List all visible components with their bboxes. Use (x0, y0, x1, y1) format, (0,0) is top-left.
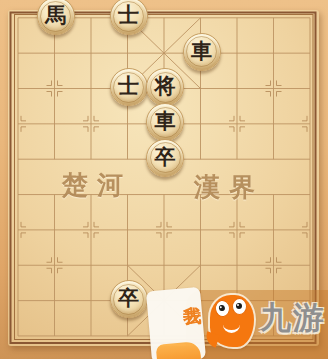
piece-black-soldier[interactable]: 卒 (146, 139, 184, 177)
piece-black-advisor[interactable]: 士 (110, 68, 148, 106)
mascot-pupil-icon (219, 305, 226, 312)
piece-glyph: 車 (184, 34, 220, 69)
stamp-text: 我去 (146, 291, 200, 296)
stamp-blob-icon (156, 341, 202, 359)
piece-glyph: 卒 (111, 281, 147, 316)
jiuyou-brand-text: 九游 (260, 297, 326, 339)
piece-black-advisor[interactable]: 士 (110, 0, 148, 35)
piece-glyph: 車 (147, 104, 183, 139)
piece-black-horse[interactable]: 馬 (37, 0, 75, 35)
piece-black-general[interactable]: 将 (146, 68, 184, 106)
stamp-watermark: 我去 (146, 287, 206, 359)
jiuyou-mascot-icon (210, 295, 254, 347)
mascot-pupil-icon (236, 303, 242, 309)
piece-glyph: 馬 (38, 0, 74, 33)
jiuyou-watermark-band: 九游 (186, 290, 328, 359)
piece-black-chariot[interactable]: 車 (183, 33, 221, 71)
piece-glyph: 士 (111, 69, 147, 104)
screenshot: 楚河 漢界 馬士車士将車卒卒 九游 我去 (0, 0, 328, 359)
piece-glyph: 将 (147, 69, 183, 104)
piece-glyph: 卒 (147, 140, 183, 175)
piece-black-soldier[interactable]: 卒 (110, 280, 148, 318)
piece-black-chariot[interactable]: 車 (146, 103, 184, 141)
mascot-eye-right-icon (232, 298, 247, 315)
piece-glyph: 士 (111, 0, 147, 33)
